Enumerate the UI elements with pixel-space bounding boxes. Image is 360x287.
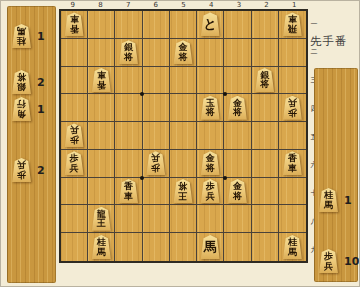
file-label-3: 3 xyxy=(225,1,253,9)
koma-金将-sente[interactable]: 金将 xyxy=(227,179,248,203)
koma-と-sente[interactable]: と xyxy=(200,12,221,36)
file-label-4: 4 xyxy=(197,1,225,9)
square-6-4[interactable] xyxy=(143,94,170,122)
shogi-app: 987654321 桂馬1銀将2角行1歩兵2 香車と飛車銀将金将香車銀将玉将金将… xyxy=(0,0,360,287)
square-8-3[interactable]: 香車 xyxy=(88,67,115,95)
gote-hand-銀将[interactable]: 銀将2 xyxy=(11,70,45,94)
square-1-6[interactable]: 香車 xyxy=(279,150,306,178)
file-label-6: 6 xyxy=(142,1,170,9)
square-8-5[interactable] xyxy=(88,122,115,150)
square-4-3[interactable] xyxy=(197,67,224,95)
square-6-9[interactable] xyxy=(143,233,170,261)
koma-歩兵-sente[interactable]: 歩兵 xyxy=(64,151,85,175)
square-3-6[interactable] xyxy=(224,150,251,178)
square-9-2[interactable] xyxy=(61,39,88,67)
square-7-4[interactable] xyxy=(115,94,142,122)
square-1-4[interactable]: 歩兵 xyxy=(279,94,306,122)
koma-歩兵-gote[interactable]: 歩兵 xyxy=(64,123,85,147)
rank-label-1: 一 xyxy=(309,19,319,29)
square-2-9[interactable] xyxy=(252,233,279,261)
square-1-1[interactable]: 飛車 xyxy=(279,11,306,39)
square-9-5[interactable]: 歩兵 xyxy=(61,122,88,150)
square-7-9[interactable] xyxy=(115,233,142,261)
sente-hand-count-桂馬: 1 xyxy=(344,194,352,207)
koma-銀将-sente[interactable]: 銀将 xyxy=(118,40,139,64)
square-9-6[interactable]: 歩兵 xyxy=(61,150,88,178)
square-7-2[interactable]: 銀将 xyxy=(115,39,142,67)
square-9-8[interactable] xyxy=(61,205,88,233)
square-9-7[interactable] xyxy=(61,178,88,206)
square-5-4[interactable] xyxy=(170,94,197,122)
square-4-7[interactable]: 歩兵 xyxy=(197,178,224,206)
shogi-board: 香車と飛車銀将金将香車銀将玉将金将歩兵歩兵歩兵歩兵金将香車香車王将歩兵金将龍王桂… xyxy=(59,9,308,263)
square-1-7[interactable] xyxy=(279,178,306,206)
square-2-3[interactable]: 銀将 xyxy=(252,67,279,95)
square-3-4[interactable]: 金将 xyxy=(224,94,251,122)
square-6-3[interactable] xyxy=(143,67,170,95)
square-3-1[interactable] xyxy=(224,11,251,39)
square-9-1[interactable]: 香車 xyxy=(61,11,88,39)
square-6-7[interactable] xyxy=(143,178,170,206)
square-7-1[interactable] xyxy=(115,11,142,39)
koma-王将-gote[interactable]: 王将 xyxy=(172,179,193,203)
square-9-4[interactable] xyxy=(61,94,88,122)
square-5-8[interactable] xyxy=(170,205,197,233)
square-1-3[interactable] xyxy=(279,67,306,95)
file-labels: 987654321 xyxy=(59,1,308,9)
square-8-1[interactable] xyxy=(88,11,115,39)
square-5-6[interactable] xyxy=(170,150,197,178)
square-8-2[interactable] xyxy=(88,39,115,67)
file-label-8: 8 xyxy=(87,1,115,9)
gote-hand-角行[interactable]: 角行1 xyxy=(11,97,45,121)
gote-captured-tray: 桂馬1銀将2角行1歩兵2 xyxy=(7,6,56,283)
square-4-8[interactable] xyxy=(197,205,224,233)
koma-香車-sente[interactable]: 香車 xyxy=(282,151,303,175)
gote-hand-歩兵[interactable]: 歩兵2 xyxy=(11,158,45,182)
koma-桂馬-sente[interactable]: 桂馬 xyxy=(91,235,112,259)
square-3-7[interactable]: 金将 xyxy=(224,178,251,206)
square-8-6[interactable] xyxy=(88,150,115,178)
square-2-5[interactable] xyxy=(252,122,279,150)
square-6-5[interactable] xyxy=(143,122,170,150)
square-2-8[interactable] xyxy=(252,205,279,233)
square-2-7[interactable] xyxy=(252,178,279,206)
koma-角行-gote[interactable]: 角行 xyxy=(11,97,32,121)
square-3-8[interactable] xyxy=(224,205,251,233)
square-8-8[interactable]: 龍王 xyxy=(88,205,115,233)
koma-香車-gote[interactable]: 香車 xyxy=(91,68,112,92)
square-7-7[interactable]: 香車 xyxy=(115,178,142,206)
square-8-7[interactable] xyxy=(88,178,115,206)
file-label-1: 1 xyxy=(280,1,308,9)
gote-hand-count-角行: 1 xyxy=(37,103,45,116)
square-3-9[interactable] xyxy=(224,233,251,261)
koma-金将-sente[interactable]: 金将 xyxy=(172,40,193,64)
square-5-5[interactable] xyxy=(170,122,197,150)
koma-金将-sente[interactable]: 金将 xyxy=(227,96,248,120)
gote-hand-count-歩兵: 2 xyxy=(37,164,45,177)
square-5-3[interactable] xyxy=(170,67,197,95)
koma-香車-sente[interactable]: 香車 xyxy=(118,179,139,203)
square-6-6[interactable]: 歩兵 xyxy=(143,150,170,178)
sente-hand-count-歩兵: 10 xyxy=(344,255,359,268)
square-7-5[interactable] xyxy=(115,122,142,150)
square-9-3[interactable] xyxy=(61,67,88,95)
koma-桂馬-gote[interactable]: 桂馬 xyxy=(11,24,32,48)
file-label-2: 2 xyxy=(253,1,281,9)
gote-hand-count-桂馬: 1 xyxy=(37,30,45,43)
koma-龍王-sente[interactable]: 龍王 xyxy=(91,207,112,231)
square-1-2[interactable] xyxy=(279,39,306,67)
square-9-9[interactable] xyxy=(61,233,88,261)
square-3-3[interactable] xyxy=(224,67,251,95)
file-label-5: 5 xyxy=(170,1,198,9)
square-5-9[interactable] xyxy=(170,233,197,261)
sente-hand-桂馬[interactable]: 桂馬1 xyxy=(318,188,352,212)
square-5-1[interactable] xyxy=(170,11,197,39)
square-4-4[interactable]: 玉将 xyxy=(197,94,224,122)
koma-桂馬-sente[interactable]: 桂馬 xyxy=(282,235,303,259)
square-4-6[interactable]: 金将 xyxy=(197,150,224,178)
sente-hand-歩兵[interactable]: 歩兵10 xyxy=(318,249,359,273)
turn-indicator: 先手番 xyxy=(310,34,360,49)
square-2-6[interactable] xyxy=(252,150,279,178)
square-3-5[interactable] xyxy=(224,122,251,150)
koma-玉将-sente[interactable]: 玉将 xyxy=(200,96,221,120)
koma-香車-gote[interactable]: 香車 xyxy=(64,12,85,36)
square-1-5[interactable] xyxy=(279,122,306,150)
file-label-7: 7 xyxy=(114,1,142,9)
koma-歩兵-sente[interactable]: 歩兵 xyxy=(318,249,339,273)
koma-歩兵-gote[interactable]: 歩兵 xyxy=(282,96,303,120)
square-4-9[interactable]: 馬 xyxy=(197,233,224,261)
koma-桂馬-sente[interactable]: 桂馬 xyxy=(318,188,339,212)
square-8-4[interactable] xyxy=(88,94,115,122)
square-5-7[interactable]: 王将 xyxy=(170,178,197,206)
square-1-8[interactable] xyxy=(279,205,306,233)
file-label-9: 9 xyxy=(59,1,87,9)
square-7-6[interactable] xyxy=(115,150,142,178)
square-8-9[interactable]: 桂馬 xyxy=(88,233,115,261)
square-7-3[interactable] xyxy=(115,67,142,95)
square-4-2[interactable] xyxy=(197,39,224,67)
koma-馬-sente[interactable]: 馬 xyxy=(200,235,221,259)
square-2-2[interactable] xyxy=(252,39,279,67)
square-2-4[interactable] xyxy=(252,94,279,122)
square-4-5[interactable] xyxy=(197,122,224,150)
square-6-8[interactable] xyxy=(143,205,170,233)
square-5-2[interactable]: 金将 xyxy=(170,39,197,67)
koma-歩兵-gote[interactable]: 歩兵 xyxy=(145,151,166,175)
square-4-1[interactable]: と xyxy=(197,11,224,39)
square-1-9[interactable]: 桂馬 xyxy=(279,233,306,261)
gote-hand-桂馬[interactable]: 桂馬1 xyxy=(11,24,45,48)
square-3-2[interactable] xyxy=(224,39,251,67)
square-6-2[interactable] xyxy=(143,39,170,67)
koma-銀将-gote[interactable]: 銀将 xyxy=(11,70,32,94)
koma-歩兵-sente[interactable]: 歩兵 xyxy=(200,179,221,203)
gote-hand-count-銀将: 2 xyxy=(37,76,45,89)
koma-銀将-sente[interactable]: 銀将 xyxy=(254,68,275,92)
square-7-8[interactable] xyxy=(115,205,142,233)
koma-飛車-gote[interactable]: 飛車 xyxy=(282,12,303,36)
square-2-1[interactable] xyxy=(252,11,279,39)
square-6-1[interactable] xyxy=(143,11,170,39)
koma-歩兵-gote[interactable]: 歩兵 xyxy=(11,158,32,182)
koma-金将-sente[interactable]: 金将 xyxy=(200,151,221,175)
sente-captured-tray: 桂馬1歩兵10 xyxy=(314,68,358,282)
